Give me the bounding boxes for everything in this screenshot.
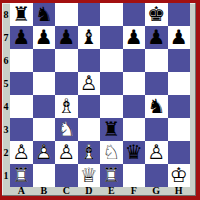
white-rook-a1[interactable]: ♜♖	[10, 164, 33, 187]
square-b7[interactable]: ♟	[33, 26, 56, 49]
square-c4[interactable]: ♝♗	[55, 95, 78, 118]
piece-glyph: ♟	[33, 26, 56, 49]
white-knight-c3[interactable]: ♞♘	[55, 118, 78, 141]
square-d1[interactable]: ♛♕	[78, 164, 101, 187]
rank-labels: 87654321	[2, 3, 10, 187]
square-g6[interactable]	[145, 49, 168, 72]
rank-label-6: 6	[2, 49, 10, 72]
piece-glyph: ♟	[55, 26, 78, 49]
square-d6[interactable]	[78, 49, 101, 72]
black-queen-f2[interactable]: ♛	[123, 141, 146, 164]
black-knight-b8[interactable]: ♞	[33, 3, 56, 26]
piece-glyph-outline: ♙	[78, 72, 101, 95]
square-b3[interactable]	[33, 118, 56, 141]
square-e6[interactable]	[100, 49, 123, 72]
piece-glyph: ♚	[145, 3, 168, 26]
square-c1[interactable]	[55, 164, 78, 187]
white-king-h1[interactable]: ♚♔	[168, 164, 191, 187]
square-d4[interactable]	[78, 95, 101, 118]
square-b4[interactable]	[33, 95, 56, 118]
square-e5[interactable]	[100, 72, 123, 95]
square-a1[interactable]: ♜♖	[10, 164, 33, 187]
file-label-e: E	[100, 186, 123, 196]
square-f5[interactable]	[123, 72, 146, 95]
square-f4[interactable]	[123, 95, 146, 118]
square-f1[interactable]	[123, 164, 146, 187]
white-queen-d1[interactable]: ♛♕	[78, 164, 101, 187]
black-pawn-a7[interactable]: ♟	[10, 26, 33, 49]
square-c3[interactable]: ♞♘	[55, 118, 78, 141]
rank-label-5: 5	[2, 72, 10, 95]
square-h3[interactable]	[168, 118, 191, 141]
piece-glyph-outline: ♕	[78, 164, 101, 187]
piece-glyph-outline: ♙	[145, 141, 168, 164]
rank-label-8: 8	[2, 3, 10, 26]
square-g4[interactable]: ♞	[145, 95, 168, 118]
black-pawn-h7[interactable]: ♟	[168, 26, 191, 49]
rank-label-1: 1	[2, 164, 10, 187]
piece-glyph: ♟	[145, 26, 168, 49]
white-pawn-g2[interactable]: ♟♙	[145, 141, 168, 164]
square-h2[interactable]	[168, 141, 191, 164]
black-rook-e3[interactable]: ♜	[100, 118, 123, 141]
piece-glyph-outline: ♘	[100, 141, 123, 164]
black-king-g8[interactable]: ♚	[145, 3, 168, 26]
white-knight-e2[interactable]: ♞♘	[100, 141, 123, 164]
white-pawn-a2[interactable]: ♟♙	[10, 141, 33, 164]
rank-label-7: 7	[2, 26, 10, 49]
square-d3[interactable]	[78, 118, 101, 141]
square-h8[interactable]	[168, 3, 191, 26]
file-label-f: F	[123, 186, 146, 196]
square-h1[interactable]: ♚♔	[168, 164, 191, 187]
file-labels: ABCDEFGH	[10, 186, 190, 196]
black-knight-g4[interactable]: ♞	[145, 95, 168, 118]
piece-glyph-outline: ♗	[78, 141, 101, 164]
piece-glyph-outline: ♙	[55, 141, 78, 164]
square-d5[interactable]: ♟♙	[78, 72, 101, 95]
square-f3[interactable]	[123, 118, 146, 141]
square-f7[interactable]: ♟	[123, 26, 146, 49]
piece-glyph: ♜	[100, 118, 123, 141]
file-label-b: B	[33, 186, 56, 196]
square-f8[interactable]	[123, 3, 146, 26]
chess-board[interactable]: ♜♞♚♟♟♟♝♟♟♟♟♙♝♗♞♞♘♜♟♙♟♙♟♙♝♗♞♘♛♟♙♜♖♛♕♜♖♚♔	[10, 3, 190, 187]
square-d8[interactable]	[78, 3, 101, 26]
black-bishop-d7[interactable]: ♝	[78, 26, 101, 49]
piece-glyph-outline: ♘	[55, 118, 78, 141]
square-d7[interactable]: ♝	[78, 26, 101, 49]
piece-glyph: ♞	[33, 3, 56, 26]
piece-glyph-outline: ♗	[55, 95, 78, 118]
square-c2[interactable]: ♟♙	[55, 141, 78, 164]
square-f6[interactable]	[123, 49, 146, 72]
file-label-h: H	[168, 186, 191, 196]
square-g8[interactable]: ♚	[145, 3, 168, 26]
square-h6[interactable]	[168, 49, 191, 72]
black-pawn-b7[interactable]: ♟	[33, 26, 56, 49]
rank-label-2: 2	[2, 141, 10, 164]
board-frame: 87654321 ♜♞♚♟♟♟♝♟♟♟♟♙♝♗♞♞♘♜♟♙♟♙♟♙♝♗♞♘♛♟♙…	[0, 0, 200, 200]
square-d2[interactable]: ♝♗	[78, 141, 101, 164]
piece-glyph: ♛	[123, 141, 146, 164]
square-c8[interactable]	[55, 3, 78, 26]
piece-glyph-outline: ♙	[33, 141, 56, 164]
square-e3[interactable]: ♜	[100, 118, 123, 141]
square-c6[interactable]	[55, 49, 78, 72]
square-b2[interactable]: ♟♙	[33, 141, 56, 164]
square-e2[interactable]: ♞♘	[100, 141, 123, 164]
square-a8[interactable]: ♜	[10, 3, 33, 26]
black-pawn-g7[interactable]: ♟	[145, 26, 168, 49]
piece-glyph-outline: ♙	[10, 141, 33, 164]
file-label-a: A	[10, 186, 33, 196]
square-a4[interactable]	[10, 95, 33, 118]
piece-glyph: ♞	[145, 95, 168, 118]
piece-glyph-outline: ♖	[100, 164, 123, 187]
black-pawn-f7[interactable]: ♟	[123, 26, 146, 49]
square-f2[interactable]: ♛	[123, 141, 146, 164]
square-a6[interactable]	[10, 49, 33, 72]
square-b5[interactable]	[33, 72, 56, 95]
rank-label-3: 3	[2, 118, 10, 141]
square-g1[interactable]	[145, 164, 168, 187]
square-c7[interactable]: ♟	[55, 26, 78, 49]
square-h5[interactable]	[168, 72, 191, 95]
square-g5[interactable]	[145, 72, 168, 95]
white-bishop-d2[interactable]: ♝♗	[78, 141, 101, 164]
square-a5[interactable]	[10, 72, 33, 95]
square-a3[interactable]	[10, 118, 33, 141]
square-e7[interactable]	[100, 26, 123, 49]
file-label-d: D	[78, 186, 101, 196]
piece-glyph: ♜	[10, 3, 33, 26]
white-pawn-c2[interactable]: ♟♙	[55, 141, 78, 164]
square-e1[interactable]: ♜♖	[100, 164, 123, 187]
piece-glyph: ♟	[168, 26, 191, 49]
square-e4[interactable]	[100, 95, 123, 118]
white-rook-e1[interactable]: ♜♖	[100, 164, 123, 187]
square-b1[interactable]	[33, 164, 56, 187]
square-h7[interactable]: ♟	[168, 26, 191, 49]
piece-glyph: ♝	[78, 26, 101, 49]
square-c5[interactable]	[55, 72, 78, 95]
white-pawn-d5[interactable]: ♟♙	[78, 72, 101, 95]
file-label-c: C	[55, 186, 78, 196]
rank-label-4: 4	[2, 95, 10, 118]
black-rook-a8[interactable]: ♜	[10, 3, 33, 26]
square-a2[interactable]: ♟♙	[10, 141, 33, 164]
square-e8[interactable]	[100, 3, 123, 26]
piece-glyph: ♟	[10, 26, 33, 49]
piece-glyph-outline: ♖	[10, 164, 33, 187]
file-label-g: G	[145, 186, 168, 196]
piece-glyph: ♟	[123, 26, 146, 49]
square-h4[interactable]	[168, 95, 191, 118]
square-g2[interactable]: ♟♙	[145, 141, 168, 164]
white-pawn-b2[interactable]: ♟♙	[33, 141, 56, 164]
square-b8[interactable]: ♞	[33, 3, 56, 26]
square-g7[interactable]: ♟	[145, 26, 168, 49]
square-a7[interactable]: ♟	[10, 26, 33, 49]
piece-glyph-outline: ♔	[168, 164, 191, 187]
square-g3[interactable]	[145, 118, 168, 141]
white-bishop-c4[interactable]: ♝♗	[55, 95, 78, 118]
square-b6[interactable]	[33, 49, 56, 72]
black-pawn-c7[interactable]: ♟	[55, 26, 78, 49]
